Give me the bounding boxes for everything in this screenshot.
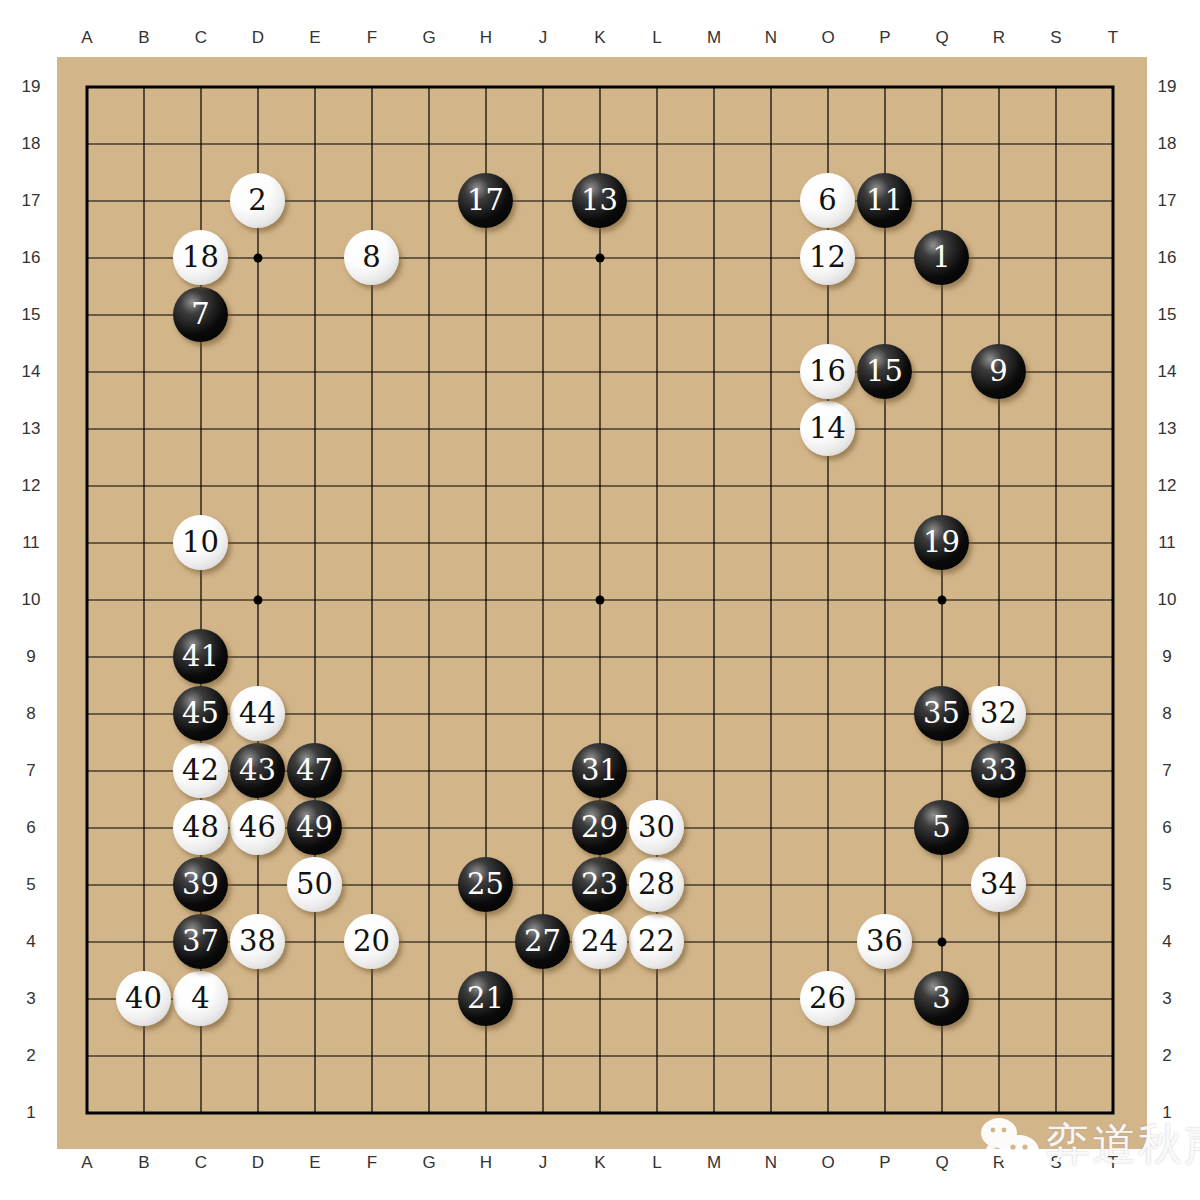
coord-label-bottom-G: G	[422, 1153, 435, 1173]
coord-label-right-10: 10	[1158, 590, 1177, 610]
go-game-diagram: AABBCCDDEEFFGGHHJJKKLLMMNNOOPPQQRRSSTT19…	[0, 0, 1200, 1200]
stone-14-white-O13: 14	[800, 401, 855, 456]
coord-label-left-2: 2	[26, 1046, 35, 1066]
coord-label-bottom-M: M	[707, 1153, 721, 1173]
stone-3-black-Q3: 3	[914, 971, 969, 1026]
stone-12-white-O16: 12	[800, 230, 855, 285]
coord-label-left-11: 11	[22, 533, 40, 553]
stone-15-black-P14: 15	[857, 344, 912, 399]
stone-41-black-C9: 41	[173, 629, 228, 684]
coord-label-left-15: 15	[22, 305, 41, 325]
coord-label-left-5: 5	[26, 875, 35, 895]
coord-label-right-15: 15	[1158, 305, 1177, 325]
coord-label-left-1: 1	[26, 1103, 35, 1123]
stone-5-black-Q6: 5	[914, 800, 969, 855]
coord-label-top-K: K	[594, 28, 605, 48]
stone-24-white-K4: 24	[572, 914, 627, 969]
stone-1-black-Q16: 1	[914, 230, 969, 285]
coord-label-bottom-Q: Q	[935, 1153, 948, 1173]
watermark-text: 弈道秋声	[1046, 1115, 1200, 1174]
coord-label-top-H: H	[480, 28, 492, 48]
stone-47-black-E7: 47	[287, 743, 342, 798]
coord-label-right-18: 18	[1158, 134, 1177, 154]
stone-29-black-K6: 29	[572, 800, 627, 855]
stone-13-black-K17: 13	[572, 173, 627, 228]
stone-6-white-O17: 6	[800, 173, 855, 228]
coord-label-right-17: 17	[1158, 191, 1177, 211]
coord-label-left-8: 8	[26, 704, 35, 724]
stone-17-black-H17: 17	[458, 173, 513, 228]
coord-label-top-C: C	[195, 28, 207, 48]
coord-label-right-12: 12	[1158, 476, 1177, 496]
stone-11-black-P17: 11	[857, 173, 912, 228]
stone-28-white-L5: 28	[629, 857, 684, 912]
coord-label-top-G: G	[422, 28, 435, 48]
coord-label-top-O: O	[821, 28, 834, 48]
stone-48-white-C6: 48	[173, 800, 228, 855]
coord-label-top-J: J	[539, 28, 548, 48]
stone-44-white-D8: 44	[230, 686, 285, 741]
stone-25-black-H5: 25	[458, 857, 513, 912]
stone-43-black-D7: 43	[230, 743, 285, 798]
coord-label-right-7: 7	[1162, 761, 1171, 781]
stone-7-black-C15: 7	[173, 287, 228, 342]
stone-18-white-C16: 18	[173, 230, 228, 285]
stone-8-white-F16: 8	[344, 230, 399, 285]
stone-19-black-Q11: 19	[914, 515, 969, 570]
coord-label-right-4: 4	[1162, 932, 1171, 952]
coord-label-bottom-D: D	[252, 1153, 264, 1173]
coord-label-left-16: 16	[22, 248, 41, 268]
coord-label-right-5: 5	[1162, 875, 1171, 895]
stone-36-white-P4: 36	[857, 914, 912, 969]
coord-label-right-13: 13	[1158, 419, 1177, 439]
coord-label-right-16: 16	[1158, 248, 1177, 268]
coord-label-left-14: 14	[22, 362, 41, 382]
coord-label-bottom-H: H	[480, 1153, 492, 1173]
stone-10-white-C11: 10	[173, 515, 228, 570]
stone-42-white-C7: 42	[173, 743, 228, 798]
stone-20-white-F4: 20	[344, 914, 399, 969]
watermark: 弈道秋声	[976, 1114, 1200, 1174]
coord-label-left-17: 17	[22, 191, 41, 211]
stone-26-white-O3: 26	[800, 971, 855, 1026]
coord-label-top-L: L	[652, 28, 661, 48]
coord-label-bottom-J: J	[539, 1153, 548, 1173]
coord-label-top-R: R	[993, 28, 1005, 48]
stone-21-black-H3: 21	[458, 971, 513, 1026]
coord-label-left-3: 3	[26, 989, 35, 1009]
stone-9-black-R14: 9	[971, 344, 1026, 399]
coord-label-top-N: N	[765, 28, 777, 48]
coord-label-right-3: 3	[1162, 989, 1171, 1009]
stone-27-black-J4: 27	[515, 914, 570, 969]
stone-40-white-B3: 40	[116, 971, 171, 1026]
stone-50-white-E5: 50	[287, 857, 342, 912]
stone-38-white-D4: 38	[230, 914, 285, 969]
stone-23-black-K5: 23	[572, 857, 627, 912]
coord-label-top-A: A	[81, 28, 92, 48]
coord-label-left-9: 9	[26, 647, 35, 667]
coord-label-top-E: E	[309, 28, 320, 48]
coord-label-right-6: 6	[1162, 818, 1171, 838]
coord-label-bottom-K: K	[594, 1153, 605, 1173]
stone-16-white-O14: 16	[800, 344, 855, 399]
stone-31-black-K7: 31	[572, 743, 627, 798]
coord-label-top-Q: Q	[935, 28, 948, 48]
coord-label-left-10: 10	[22, 590, 41, 610]
stone-35-black-Q8: 35	[914, 686, 969, 741]
coord-label-top-M: M	[707, 28, 721, 48]
coord-label-left-12: 12	[22, 476, 41, 496]
coord-label-left-4: 4	[26, 932, 35, 952]
coord-label-left-13: 13	[22, 419, 41, 439]
stone-39-black-C5: 39	[173, 857, 228, 912]
coord-label-left-19: 19	[22, 77, 41, 97]
coord-label-bottom-E: E	[309, 1153, 320, 1173]
coord-label-right-19: 19	[1158, 77, 1177, 97]
coord-label-bottom-O: O	[821, 1153, 834, 1173]
coord-label-top-F: F	[367, 28, 377, 48]
stone-32-white-R8: 32	[971, 686, 1026, 741]
coord-label-left-7: 7	[26, 761, 35, 781]
coord-label-bottom-N: N	[765, 1153, 777, 1173]
coord-label-bottom-C: C	[195, 1153, 207, 1173]
stone-4-white-C3: 4	[173, 971, 228, 1026]
coord-label-right-11: 11	[1158, 533, 1176, 553]
coord-label-bottom-F: F	[367, 1153, 377, 1173]
coord-label-bottom-B: B	[138, 1153, 149, 1173]
stone-49-black-E6: 49	[287, 800, 342, 855]
coord-label-left-18: 18	[22, 134, 41, 154]
stone-34-white-R5: 34	[971, 857, 1026, 912]
coord-label-right-9: 9	[1162, 647, 1171, 667]
stone-45-black-C8: 45	[173, 686, 228, 741]
stone-22-white-L4: 22	[629, 914, 684, 969]
stone-46-white-D6: 46	[230, 800, 285, 855]
coord-label-top-D: D	[252, 28, 264, 48]
coord-label-top-T: T	[1108, 28, 1118, 48]
coord-label-bottom-A: A	[81, 1153, 92, 1173]
stone-2-white-D17: 2	[230, 173, 285, 228]
stone-33-black-R7: 33	[971, 743, 1026, 798]
coord-label-top-P: P	[879, 28, 890, 48]
coord-label-left-6: 6	[26, 818, 35, 838]
coord-label-bottom-P: P	[879, 1153, 890, 1173]
coord-label-top-S: S	[1050, 28, 1061, 48]
coord-label-right-8: 8	[1162, 704, 1171, 724]
coord-label-top-B: B	[138, 28, 149, 48]
stone-37-black-C4: 37	[173, 914, 228, 969]
stone-30-white-L6: 30	[629, 800, 684, 855]
coord-label-bottom-L: L	[652, 1153, 661, 1173]
wechat-icon	[976, 1115, 1042, 1173]
coord-label-right-14: 14	[1158, 362, 1177, 382]
coord-label-right-2: 2	[1162, 1046, 1171, 1066]
